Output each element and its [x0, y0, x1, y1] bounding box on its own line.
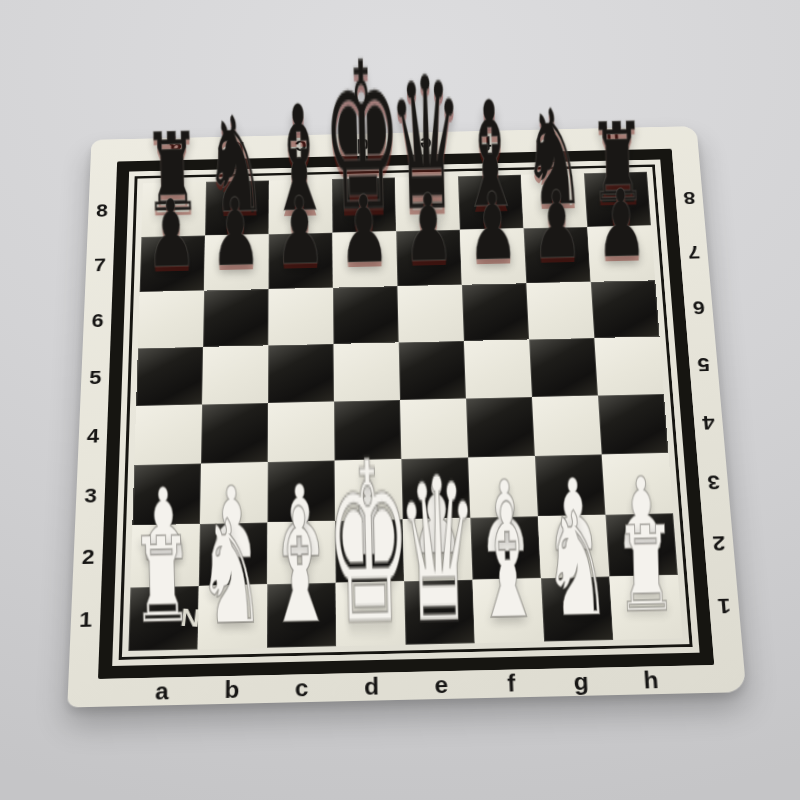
piece-black-pawn[interactable]: ♟ — [402, 181, 455, 275]
photo-background: abcdefgh abcdefgh 87654321 87654321 ♜♞♝♚… — [0, 0, 800, 800]
file-label-bottom-b: b — [224, 676, 239, 703]
square-h4[interactable] — [598, 394, 669, 454]
file-label-bottom-a: a — [155, 678, 169, 705]
rank-label-right-4: 4 — [701, 411, 715, 434]
chessboard: ♜♞♝♚♛♝♞♜♟♟♟♟♟♟♟♟♟♟♟♟♟♟♟♟N♜♞♝♚♛♝♞♜ — [128, 172, 682, 651]
rank-label-right-8: 8 — [682, 187, 696, 208]
square-c6[interactable] — [268, 288, 333, 346]
rank-label-left-6: 6 — [91, 310, 104, 332]
file-label-top-c: c — [294, 135, 306, 157]
piece-black-pawn[interactable]: ♟ — [145, 187, 198, 281]
square-d6[interactable] — [333, 286, 399, 344]
piece-black-pawn[interactable]: ♟ — [209, 185, 262, 279]
square-g6[interactable] — [526, 282, 594, 340]
file-label-bottom-c: c — [295, 675, 309, 702]
square-e6[interactable] — [397, 285, 463, 343]
rank-label-right-1: 1 — [717, 593, 732, 618]
file-label-top-e: e — [419, 133, 432, 155]
file-label-bottom-e: e — [434, 672, 448, 699]
file-label-top-d: d — [356, 134, 370, 156]
piece-white-rook[interactable]: ♜ — [130, 522, 195, 641]
piece-black-pawn[interactable]: ♟ — [273, 184, 326, 278]
file-label-top-f: f — [484, 131, 492, 153]
file-label-bottom-f: f — [507, 670, 516, 697]
square-f6[interactable] — [462, 283, 529, 341]
file-label-bottom-d: d — [364, 673, 379, 700]
square-g1[interactable]: ♞ — [541, 577, 613, 642]
rank-label-left-3: 3 — [84, 484, 97, 508]
file-label-bottom-h: h — [643, 667, 660, 694]
piece-white-rook[interactable]: ♜ — [614, 511, 679, 630]
rank-label-right-7: 7 — [687, 241, 701, 263]
square-a4[interactable] — [134, 404, 202, 465]
square-b7[interactable]: ♟ — [204, 234, 269, 290]
rank-label-left-2: 2 — [81, 545, 95, 570]
square-h6[interactable] — [591, 280, 660, 338]
rank-label-left-4: 4 — [86, 425, 99, 449]
square-b5[interactable] — [202, 345, 268, 404]
rank-label-left-1: 1 — [79, 607, 93, 632]
square-g7[interactable]: ♟ — [524, 227, 591, 283]
square-h1[interactable]: ♜ — [609, 575, 682, 640]
square-b4[interactable] — [201, 403, 268, 464]
piece-white-king[interactable]: ♚ — [324, 432, 414, 656]
board-sheet: abcdefgh abcdefgh 87654321 87654321 ♜♞♝♚… — [67, 126, 746, 707]
square-a7[interactable]: ♟ — [140, 236, 205, 292]
rank-label-left-7: 7 — [93, 254, 106, 276]
square-a5[interactable] — [136, 347, 203, 406]
piece-black-pawn[interactable]: ♟ — [466, 179, 519, 273]
piece-white-knight[interactable]: ♞ — [195, 500, 266, 645]
rank-label-right-3: 3 — [706, 470, 720, 494]
file-label-top-g: g — [543, 130, 558, 152]
file-label-top-h: h — [606, 128, 621, 150]
square-d7[interactable]: ♟ — [332, 231, 397, 287]
square-c7[interactable]: ♟ — [269, 233, 333, 289]
square-b6[interactable] — [203, 289, 268, 347]
piece-black-pawn[interactable]: ♟ — [595, 176, 648, 270]
piece-black-pawn[interactable]: ♟ — [530, 178, 583, 272]
piece-white-bishop[interactable]: ♝ — [472, 481, 543, 641]
file-label-top-a: a — [169, 138, 182, 160]
file-label-top-b: b — [231, 137, 245, 159]
square-f1[interactable]: ♝ — [473, 578, 545, 643]
square-f7[interactable]: ♟ — [460, 228, 526, 284]
square-d1[interactable]: ♚ — [336, 581, 406, 646]
square-f4[interactable] — [466, 397, 535, 457]
piece-white-knight[interactable]: ♞ — [541, 492, 612, 637]
square-b1[interactable]: ♞ — [198, 584, 268, 649]
square-a6[interactable] — [138, 291, 204, 349]
rank-label-left-8: 8 — [96, 200, 109, 221]
rank-label-right-6: 6 — [692, 296, 706, 318]
rank-label-left-5: 5 — [89, 366, 102, 389]
square-a1[interactable]: N♜ — [128, 586, 198, 651]
square-c1[interactable]: ♝ — [267, 583, 336, 648]
rank-label-right-5: 5 — [696, 353, 710, 376]
rank-label-right-2: 2 — [711, 531, 726, 556]
square-e1[interactable]: ♛ — [404, 580, 475, 645]
square-g4[interactable] — [532, 396, 602, 456]
file-label-bottom-g: g — [573, 668, 589, 695]
piece-black-pawn[interactable]: ♟ — [338, 182, 391, 276]
